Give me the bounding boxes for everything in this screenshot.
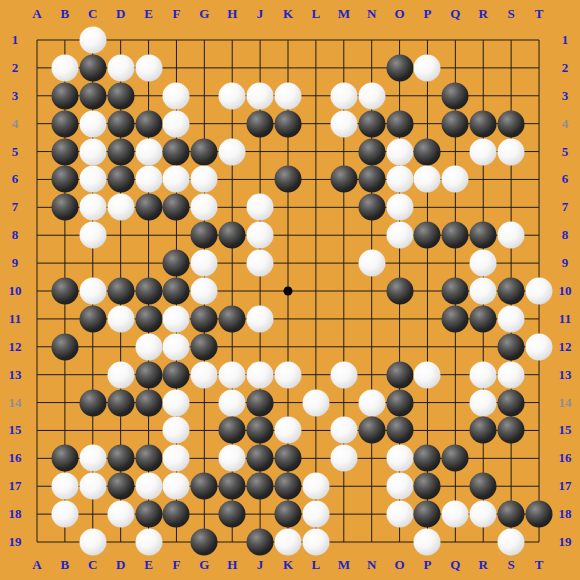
col-label-bottom-B: B: [61, 557, 70, 573]
col-label-top-M: M: [338, 6, 350, 22]
col-label-top-N: N: [367, 6, 376, 22]
stone-black-P16[interactable]: [414, 445, 441, 472]
stone-white-N9[interactable]: [358, 250, 385, 277]
stone-black-J4[interactable]: [247, 110, 274, 137]
stone-black-O13[interactable]: [386, 361, 413, 388]
stone-black-K17[interactable]: [275, 473, 302, 500]
stone-black-H17[interactable]: [219, 473, 246, 500]
go-board[interactable]: AABBCCDDEEFFGGHHJJKKLLMMNNOOPPQQRRSSTT11…: [0, 0, 580, 580]
stone-white-C16[interactable]: [79, 445, 106, 472]
stone-white-M15[interactable]: [330, 417, 357, 444]
stone-black-K16[interactable]: [275, 445, 302, 472]
stone-black-G19[interactable]: [191, 529, 218, 556]
col-label-top-S: S: [508, 6, 515, 22]
row-label-left-2: 2: [12, 60, 19, 76]
stone-white-P19[interactable]: [414, 529, 441, 556]
row-label-right-14: 14: [559, 395, 572, 411]
stone-black-G5[interactable]: [191, 138, 218, 165]
stone-white-C19[interactable]: [79, 529, 106, 556]
stone-black-S12[interactable]: [498, 333, 525, 360]
col-label-top-E: E: [144, 6, 153, 22]
stone-white-T12[interactable]: [526, 333, 553, 360]
stone-black-N4[interactable]: [358, 110, 385, 137]
col-label-top-G: G: [199, 6, 209, 22]
row-label-right-12: 12: [559, 339, 572, 355]
stone-black-C3[interactable]: [79, 82, 106, 109]
stone-white-C6[interactable]: [79, 166, 106, 193]
col-label-bottom-C: C: [88, 557, 97, 573]
stone-black-D16[interactable]: [107, 445, 134, 472]
stone-black-E16[interactable]: [135, 445, 162, 472]
col-label-top-Q: Q: [450, 6, 460, 22]
stone-black-Q11[interactable]: [442, 305, 469, 332]
stone-black-R17[interactable]: [470, 473, 497, 500]
stone-black-O10[interactable]: [386, 278, 413, 305]
stone-black-N7[interactable]: [358, 194, 385, 221]
row-label-left-18: 18: [9, 506, 22, 522]
stone-white-L17[interactable]: [302, 473, 329, 500]
row-label-right-9: 9: [562, 255, 569, 271]
col-label-bottom-Q: Q: [450, 557, 460, 573]
col-label-bottom-G: G: [199, 557, 209, 573]
stone-black-H8[interactable]: [219, 222, 246, 249]
stone-black-N6[interactable]: [358, 166, 385, 193]
stone-black-G17[interactable]: [191, 473, 218, 500]
stone-black-J16[interactable]: [247, 445, 274, 472]
stone-black-F5[interactable]: [163, 138, 190, 165]
stone-black-P5[interactable]: [414, 138, 441, 165]
stone-white-C1[interactable]: [79, 27, 106, 54]
row-label-right-11: 11: [559, 311, 571, 327]
col-label-top-K: K: [283, 6, 293, 22]
stone-white-S5[interactable]: [498, 138, 525, 165]
stone-white-H3[interactable]: [219, 82, 246, 109]
row-label-right-4: 4: [562, 116, 569, 132]
stone-white-B18[interactable]: [51, 501, 78, 528]
row-label-left-3: 3: [12, 88, 19, 104]
stone-white-N3[interactable]: [358, 82, 385, 109]
col-label-bottom-S: S: [508, 557, 515, 573]
row-label-left-11: 11: [9, 311, 21, 327]
row-label-left-9: 9: [12, 255, 19, 271]
stone-black-F10[interactable]: [163, 278, 190, 305]
stone-white-D11[interactable]: [107, 305, 134, 332]
stone-white-J9[interactable]: [247, 250, 274, 277]
col-label-bottom-R: R: [479, 557, 488, 573]
row-label-right-15: 15: [559, 422, 572, 438]
stone-black-E4[interactable]: [135, 110, 162, 137]
stone-black-Q16[interactable]: [442, 445, 469, 472]
stone-white-F11[interactable]: [163, 305, 190, 332]
stone-white-B17[interactable]: [51, 473, 78, 500]
stone-black-P18[interactable]: [414, 501, 441, 528]
stone-white-K13[interactable]: [275, 361, 302, 388]
stone-black-T18[interactable]: [526, 501, 553, 528]
col-label-top-D: D: [116, 6, 125, 22]
col-label-top-H: H: [227, 6, 237, 22]
stone-white-H14[interactable]: [219, 389, 246, 416]
stone-white-E2[interactable]: [135, 54, 162, 81]
stone-black-O15[interactable]: [386, 417, 413, 444]
row-label-right-18: 18: [559, 506, 572, 522]
col-label-bottom-J: J: [257, 557, 264, 573]
stone-black-Q10[interactable]: [442, 278, 469, 305]
stone-black-O2[interactable]: [386, 54, 413, 81]
col-label-top-R: R: [479, 6, 488, 22]
stone-white-F4[interactable]: [163, 110, 190, 137]
stone-black-H11[interactable]: [219, 305, 246, 332]
row-label-left-19: 19: [9, 534, 22, 550]
stone-white-J11[interactable]: [247, 305, 274, 332]
stone-white-S13[interactable]: [498, 361, 525, 388]
col-label-top-F: F: [172, 6, 180, 22]
row-label-right-17: 17: [559, 478, 572, 494]
stone-white-E17[interactable]: [135, 473, 162, 500]
stone-black-O4[interactable]: [386, 110, 413, 137]
row-label-left-5: 5: [12, 144, 19, 160]
stone-white-K15[interactable]: [275, 417, 302, 444]
stone-black-D17[interactable]: [107, 473, 134, 500]
stone-black-G12[interactable]: [191, 333, 218, 360]
row-label-right-13: 13: [559, 367, 572, 383]
stone-black-G8[interactable]: [191, 222, 218, 249]
stone-black-N5[interactable]: [358, 138, 385, 165]
stone-white-F6[interactable]: [163, 166, 190, 193]
stone-black-J14[interactable]: [247, 389, 274, 416]
col-label-top-O: O: [395, 6, 405, 22]
stone-black-B7[interactable]: [51, 194, 78, 221]
col-label-bottom-K: K: [283, 557, 293, 573]
col-label-top-J: J: [257, 6, 264, 22]
stone-white-R18[interactable]: [470, 501, 497, 528]
row-label-left-7: 7: [12, 199, 19, 215]
row-label-right-7: 7: [562, 199, 569, 215]
stone-white-O5[interactable]: [386, 138, 413, 165]
stone-white-O7[interactable]: [386, 194, 413, 221]
row-label-right-10: 10: [559, 283, 572, 299]
stone-black-O14[interactable]: [386, 389, 413, 416]
star-point-K10: [284, 287, 293, 296]
stone-black-K6[interactable]: [275, 166, 302, 193]
stone-black-S18[interactable]: [498, 501, 525, 528]
stone-black-B4[interactable]: [51, 110, 78, 137]
col-label-bottom-O: O: [395, 557, 405, 573]
stone-black-C2[interactable]: [79, 54, 106, 81]
stone-black-F7[interactable]: [163, 194, 190, 221]
col-label-bottom-M: M: [338, 557, 350, 573]
stone-black-E13[interactable]: [135, 361, 162, 388]
stone-white-G7[interactable]: [191, 194, 218, 221]
row-label-right-16: 16: [559, 450, 572, 466]
stone-white-D18[interactable]: [107, 501, 134, 528]
stone-black-G11[interactable]: [191, 305, 218, 332]
stone-black-E11[interactable]: [135, 305, 162, 332]
stone-black-R4[interactable]: [470, 110, 497, 137]
stone-white-M13[interactable]: [330, 361, 357, 388]
stone-black-R8[interactable]: [470, 222, 497, 249]
stone-white-E12[interactable]: [135, 333, 162, 360]
stone-black-F18[interactable]: [163, 501, 190, 528]
stone-white-G6[interactable]: [191, 166, 218, 193]
stone-black-B5[interactable]: [51, 138, 78, 165]
stone-white-J3[interactable]: [247, 82, 274, 109]
row-label-right-3: 3: [562, 88, 569, 104]
stone-black-B3[interactable]: [51, 82, 78, 109]
stone-white-H5[interactable]: [219, 138, 246, 165]
row-label-left-15: 15: [9, 422, 22, 438]
row-label-left-12: 12: [9, 339, 22, 355]
stone-white-J8[interactable]: [247, 222, 274, 249]
stone-white-C5[interactable]: [79, 138, 106, 165]
stone-white-C17[interactable]: [79, 473, 106, 500]
stone-white-H13[interactable]: [219, 361, 246, 388]
stone-black-D10[interactable]: [107, 278, 134, 305]
stone-black-S4[interactable]: [498, 110, 525, 137]
stone-black-H15[interactable]: [219, 417, 246, 444]
col-label-bottom-H: H: [227, 557, 237, 573]
col-label-top-C: C: [88, 6, 97, 22]
stone-black-D3[interactable]: [107, 82, 134, 109]
stone-white-P2[interactable]: [414, 54, 441, 81]
stone-white-Q18[interactable]: [442, 501, 469, 528]
col-label-bottom-T: T: [535, 557, 544, 573]
stone-black-Q4[interactable]: [442, 110, 469, 137]
stone-black-J19[interactable]: [247, 529, 274, 556]
stone-white-R5[interactable]: [470, 138, 497, 165]
stone-black-M6[interactable]: [330, 166, 357, 193]
stone-white-M3[interactable]: [330, 82, 357, 109]
row-label-right-6: 6: [562, 171, 569, 187]
row-label-left-6: 6: [12, 171, 19, 187]
stone-white-F12[interactable]: [163, 333, 190, 360]
stone-black-C11[interactable]: [79, 305, 106, 332]
col-label-top-B: B: [61, 6, 70, 22]
stone-white-D2[interactable]: [107, 54, 134, 81]
col-label-bottom-F: F: [172, 557, 180, 573]
stone-black-F13[interactable]: [163, 361, 190, 388]
stone-black-K4[interactable]: [275, 110, 302, 137]
stone-black-E7[interactable]: [135, 194, 162, 221]
stone-white-F15[interactable]: [163, 417, 190, 444]
stone-white-R10[interactable]: [470, 278, 497, 305]
row-label-left-14: 14: [9, 395, 22, 411]
stone-white-C4[interactable]: [79, 110, 106, 137]
stone-black-H18[interactable]: [219, 501, 246, 528]
stone-black-C14[interactable]: [79, 389, 106, 416]
row-label-left-13: 13: [9, 367, 22, 383]
row-label-right-2: 2: [562, 60, 569, 76]
stone-white-C8[interactable]: [79, 222, 106, 249]
col-label-top-A: A: [32, 6, 41, 22]
row-label-right-19: 19: [559, 534, 572, 550]
stone-white-S11[interactable]: [498, 305, 525, 332]
stone-white-J7[interactable]: [247, 194, 274, 221]
stone-white-L18[interactable]: [302, 501, 329, 528]
stone-white-F16[interactable]: [163, 445, 190, 472]
stone-black-R11[interactable]: [470, 305, 497, 332]
col-label-bottom-P: P: [423, 557, 431, 573]
col-label-top-L: L: [312, 6, 321, 22]
stone-black-P17[interactable]: [414, 473, 441, 500]
stone-black-J17[interactable]: [247, 473, 274, 500]
stone-black-Q8[interactable]: [442, 222, 469, 249]
row-label-left-10: 10: [9, 283, 22, 299]
stone-white-D13[interactable]: [107, 361, 134, 388]
stone-white-O16[interactable]: [386, 445, 413, 472]
stone-black-D5[interactable]: [107, 138, 134, 165]
stone-white-M16[interactable]: [330, 445, 357, 472]
stone-black-S15[interactable]: [498, 417, 525, 444]
row-label-right-1: 1: [562, 32, 569, 48]
stone-black-S10[interactable]: [498, 278, 525, 305]
stone-black-D6[interactable]: [107, 166, 134, 193]
stone-white-L14[interactable]: [302, 389, 329, 416]
stone-black-E14[interactable]: [135, 389, 162, 416]
stone-white-S19[interactable]: [498, 529, 525, 556]
stone-white-R13[interactable]: [470, 361, 497, 388]
col-label-bottom-D: D: [116, 557, 125, 573]
stone-white-S8[interactable]: [498, 222, 525, 249]
row-label-left-17: 17: [9, 478, 22, 494]
row-label-left-4: 4: [12, 116, 19, 132]
stone-white-C7[interactable]: [79, 194, 106, 221]
stone-black-B16[interactable]: [51, 445, 78, 472]
stone-white-O18[interactable]: [386, 501, 413, 528]
col-label-top-P: P: [423, 6, 431, 22]
stone-white-G13[interactable]: [191, 361, 218, 388]
stone-white-O17[interactable]: [386, 473, 413, 500]
stone-white-E19[interactable]: [135, 529, 162, 556]
stone-black-B6[interactable]: [51, 166, 78, 193]
row-label-right-5: 5: [562, 144, 569, 160]
stone-black-K18[interactable]: [275, 501, 302, 528]
stone-white-E6[interactable]: [135, 166, 162, 193]
stone-black-Q3[interactable]: [442, 82, 469, 109]
stone-black-N15[interactable]: [358, 417, 385, 444]
stone-black-E18[interactable]: [135, 501, 162, 528]
row-label-right-8: 8: [562, 227, 569, 243]
stone-black-R15[interactable]: [470, 417, 497, 444]
stone-white-G10[interactable]: [191, 278, 218, 305]
stone-white-N14[interactable]: [358, 389, 385, 416]
col-label-top-T: T: [535, 6, 544, 22]
stone-black-D4[interactable]: [107, 110, 134, 137]
stone-black-F9[interactable]: [163, 250, 190, 277]
stone-white-K19[interactable]: [275, 529, 302, 556]
stone-white-E5[interactable]: [135, 138, 162, 165]
stone-black-J15[interactable]: [247, 417, 274, 444]
stone-white-F3[interactable]: [163, 82, 190, 109]
stone-white-F17[interactable]: [163, 473, 190, 500]
stone-white-J13[interactable]: [247, 361, 274, 388]
row-label-left-16: 16: [9, 450, 22, 466]
stone-black-P8[interactable]: [414, 222, 441, 249]
stone-white-F14[interactable]: [163, 389, 190, 416]
stone-white-C10[interactable]: [79, 278, 106, 305]
col-label-bottom-E: E: [144, 557, 153, 573]
stone-white-L19[interactable]: [302, 529, 329, 556]
stone-white-O8[interactable]: [386, 222, 413, 249]
stone-white-O6[interactable]: [386, 166, 413, 193]
stone-black-B10[interactable]: [51, 278, 78, 305]
stone-black-E10[interactable]: [135, 278, 162, 305]
stone-white-R9[interactable]: [470, 250, 497, 277]
stone-white-P13[interactable]: [414, 361, 441, 388]
stone-white-R14[interactable]: [470, 389, 497, 416]
stone-black-S14[interactable]: [498, 389, 525, 416]
stone-white-G9[interactable]: [191, 250, 218, 277]
stone-white-H16[interactable]: [219, 445, 246, 472]
row-label-left-1: 1: [12, 32, 19, 48]
stone-white-B2[interactable]: [51, 54, 78, 81]
stone-white-M4[interactable]: [330, 110, 357, 137]
stone-black-D14[interactable]: [107, 389, 134, 416]
col-label-bottom-N: N: [367, 557, 376, 573]
stone-white-D7[interactable]: [107, 194, 134, 221]
col-label-bottom-L: L: [312, 557, 321, 573]
col-label-bottom-A: A: [32, 557, 41, 573]
stone-white-Q6[interactable]: [442, 166, 469, 193]
stone-black-B12[interactable]: [51, 333, 78, 360]
row-label-left-8: 8: [12, 227, 19, 243]
stone-white-T10[interactable]: [526, 278, 553, 305]
stone-white-K3[interactable]: [275, 82, 302, 109]
stone-white-P6[interactable]: [414, 166, 441, 193]
